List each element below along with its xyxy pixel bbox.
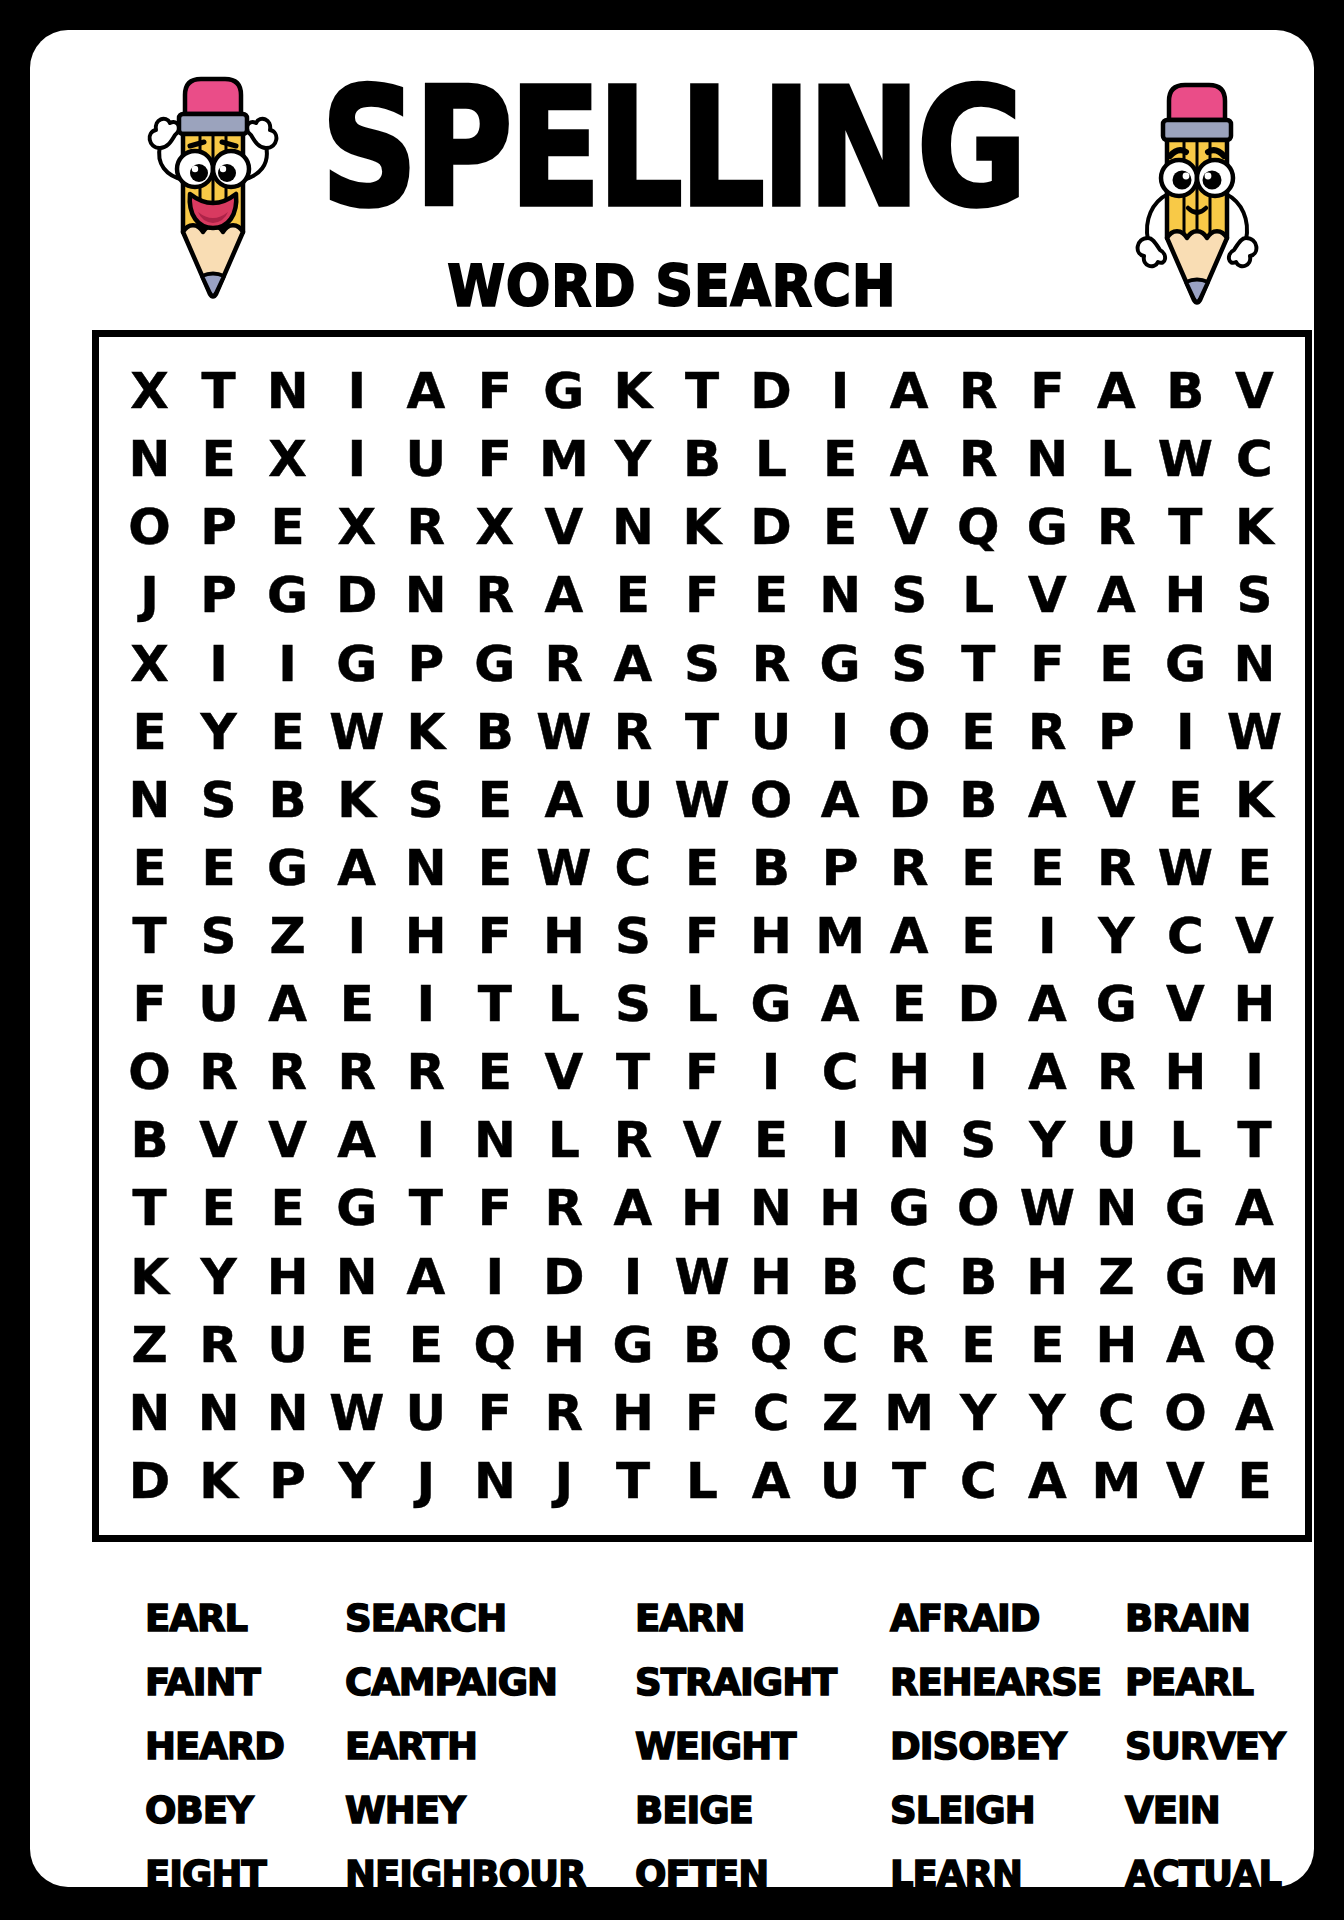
grid-cell[interactable]: E xyxy=(253,1174,322,1242)
grid-cell[interactable]: E xyxy=(115,698,184,766)
grid-cell[interactable]: D xyxy=(322,561,391,629)
grid-cell[interactable]: N xyxy=(115,1379,184,1447)
grid-cell[interactable]: R xyxy=(875,834,944,902)
grid-cell[interactable]: B xyxy=(944,766,1013,834)
grid-cell[interactable]: Y xyxy=(184,1243,253,1311)
grid-cell[interactable]: U xyxy=(253,1311,322,1379)
grid-cell[interactable]: H xyxy=(1220,970,1289,1038)
grid-cell[interactable]: A xyxy=(1013,970,1082,1038)
grid-cell[interactable]: Z xyxy=(253,902,322,970)
grid-cell[interactable]: G xyxy=(1151,629,1220,697)
grid-cell[interactable]: F xyxy=(460,1379,529,1447)
grid-cell[interactable]: M xyxy=(1082,1447,1151,1515)
grid-cell[interactable]: R xyxy=(322,1038,391,1106)
grid-cell[interactable]: T xyxy=(598,1447,667,1515)
grid-cell[interactable]: O xyxy=(115,1038,184,1106)
grid-cell[interactable]: A xyxy=(806,766,875,834)
grid-cell[interactable]: P xyxy=(1082,698,1151,766)
grid-cell[interactable]: P xyxy=(806,834,875,902)
grid-cell[interactable]: R xyxy=(737,629,806,697)
grid-cell[interactable]: E xyxy=(322,970,391,1038)
grid-cell[interactable]: F xyxy=(667,902,736,970)
grid-cell[interactable]: R xyxy=(253,1038,322,1106)
grid-cell[interactable]: G xyxy=(460,629,529,697)
grid-cell[interactable]: Y xyxy=(1013,1379,1082,1447)
word-list-item: EARN xyxy=(635,1597,890,1640)
grid-cell[interactable]: W xyxy=(667,1243,736,1311)
grid-cell[interactable]: R xyxy=(598,698,667,766)
grid-cell[interactable]: A xyxy=(875,425,944,493)
grid-cell[interactable]: C xyxy=(806,1311,875,1379)
word-list-item: AFRAID xyxy=(890,1597,1125,1640)
grid-cell[interactable]: G xyxy=(529,357,598,425)
grid-cell[interactable]: I xyxy=(1013,902,1082,970)
grid-cell[interactable]: W xyxy=(322,698,391,766)
grid-cell[interactable]: R xyxy=(460,561,529,629)
grid-cell[interactable]: J xyxy=(391,1447,460,1515)
grid-cell[interactable]: O xyxy=(115,493,184,561)
grid-cell[interactable]: G xyxy=(1013,493,1082,561)
grid-cell[interactable]: E xyxy=(184,1174,253,1242)
grid-cell[interactable]: V xyxy=(1220,902,1289,970)
word-list-item: EARTH xyxy=(345,1725,635,1768)
grid-cell[interactable]: C xyxy=(1151,902,1220,970)
grid-cell[interactable]: G xyxy=(1151,1243,1220,1311)
grid-cell[interactable]: R xyxy=(1082,1038,1151,1106)
grid-cell[interactable]: N xyxy=(1082,1174,1151,1242)
grid-cell[interactable]: K xyxy=(322,766,391,834)
grid-cell[interactable]: A xyxy=(1013,766,1082,834)
grid-cell[interactable]: X xyxy=(115,357,184,425)
grid-cell[interactable]: N xyxy=(115,425,184,493)
grid-cell[interactable]: B xyxy=(944,1243,1013,1311)
grid-cell[interactable]: A xyxy=(322,1106,391,1174)
grid-cell[interactable]: C xyxy=(944,1447,1013,1515)
grid-cell[interactable]: E xyxy=(460,834,529,902)
grid-cell[interactable]: F xyxy=(1013,629,1082,697)
grid-cell[interactable]: E xyxy=(115,834,184,902)
grid-cell[interactable]: T xyxy=(1220,1106,1289,1174)
grid-cell[interactable]: I xyxy=(598,1243,667,1311)
grid-cell[interactable]: A xyxy=(391,357,460,425)
word-list-item: SLEIGH xyxy=(890,1789,1125,1832)
grid-cell[interactable]: K xyxy=(667,493,736,561)
grid-cell[interactable]: E xyxy=(737,561,806,629)
grid-cell[interactable]: I xyxy=(806,1106,875,1174)
grid-cell[interactable]: F xyxy=(460,902,529,970)
grid-cell[interactable]: F xyxy=(460,1174,529,1242)
grid-cell[interactable]: N xyxy=(460,1447,529,1515)
grid-cell[interactable]: H xyxy=(598,1379,667,1447)
grid-cell[interactable]: D xyxy=(875,766,944,834)
grid-cell[interactable]: X xyxy=(253,425,322,493)
grid-cell[interactable]: E xyxy=(391,1311,460,1379)
grid-cell[interactable]: U xyxy=(598,766,667,834)
grid-cell[interactable]: V xyxy=(1151,970,1220,1038)
grid-cell[interactable]: R xyxy=(529,1174,598,1242)
grid-cell[interactable]: R xyxy=(184,1311,253,1379)
grid-cell[interactable]: O xyxy=(944,1174,1013,1242)
grid-cell[interactable]: G xyxy=(1082,970,1151,1038)
grid-cell[interactable]: W xyxy=(529,834,598,902)
grid-cell[interactable]: S xyxy=(184,766,253,834)
grid-cell[interactable]: V xyxy=(667,1106,736,1174)
grid-cell[interactable]: Q xyxy=(460,1311,529,1379)
grid-cell[interactable]: Q xyxy=(1220,1311,1289,1379)
grid-cell[interactable]: D xyxy=(737,493,806,561)
grid-cell[interactable]: K xyxy=(115,1243,184,1311)
grid-cell[interactable]: H xyxy=(253,1243,322,1311)
grid-cell[interactable]: R xyxy=(391,1038,460,1106)
grid-cell[interactable]: U xyxy=(391,425,460,493)
grid-cell[interactable]: E xyxy=(806,493,875,561)
grid-cell[interactable]: D xyxy=(529,1243,598,1311)
grid-cell[interactable]: Z xyxy=(1082,1243,1151,1311)
grid-cell[interactable]: H xyxy=(1013,1243,1082,1311)
grid-cell[interactable]: A xyxy=(1013,1038,1082,1106)
grid-cell[interactable]: N xyxy=(253,1379,322,1447)
grid-cell[interactable]: V xyxy=(253,1106,322,1174)
grid-cell[interactable]: B xyxy=(737,834,806,902)
grid-cell[interactable]: A xyxy=(1220,1174,1289,1242)
grid-cell[interactable]: B xyxy=(806,1243,875,1311)
grid-cell[interactable]: N xyxy=(737,1174,806,1242)
grid-cell[interactable]: E xyxy=(1151,766,1220,834)
grid-cell[interactable]: C xyxy=(598,834,667,902)
grid-cell[interactable]: B xyxy=(460,698,529,766)
grid-cell[interactable]: I xyxy=(460,1243,529,1311)
grid-cell[interactable]: H xyxy=(1151,1038,1220,1106)
grid-cell[interactable]: E xyxy=(944,902,1013,970)
grid-cell[interactable]: V xyxy=(529,1038,598,1106)
grid-cell[interactable]: A xyxy=(1082,561,1151,629)
grid-cell[interactable]: F xyxy=(460,425,529,493)
grid-cell[interactable]: G xyxy=(737,970,806,1038)
grid-cell[interactable]: G xyxy=(322,629,391,697)
grid-cell[interactable]: I xyxy=(806,357,875,425)
grid-cell[interactable]: L xyxy=(944,561,1013,629)
grid-cell[interactable]: H xyxy=(737,1243,806,1311)
word-list-item: DISOBEY xyxy=(890,1725,1125,1768)
grid-cell[interactable]: A xyxy=(875,357,944,425)
grid-cell[interactable]: W xyxy=(1220,698,1289,766)
grid-cell[interactable]: R xyxy=(391,493,460,561)
grid-cell[interactable]: F xyxy=(667,561,736,629)
grid-cell[interactable]: X xyxy=(322,493,391,561)
grid-cell[interactable]: J xyxy=(529,1447,598,1515)
grid-cell[interactable]: N xyxy=(875,1106,944,1174)
grid-cell[interactable]: G xyxy=(253,834,322,902)
grid-cell[interactable]: I xyxy=(253,629,322,697)
grid-cell[interactable]: N xyxy=(184,1379,253,1447)
grid-cell[interactable]: S xyxy=(184,902,253,970)
grid-cell[interactable]: S xyxy=(667,629,736,697)
grid-cell[interactable]: I xyxy=(391,970,460,1038)
grid-cell[interactable]: F xyxy=(1013,357,1082,425)
grid-cell[interactable]: G xyxy=(1151,1174,1220,1242)
grid-cell[interactable]: I xyxy=(944,1038,1013,1106)
grid-cell[interactable]: C xyxy=(806,1038,875,1106)
grid-cell[interactable]: C xyxy=(1220,425,1289,493)
grid-cell[interactable]: T xyxy=(184,357,253,425)
grid-cell[interactable]: I xyxy=(737,1038,806,1106)
grid-cell[interactable]: V xyxy=(1151,1447,1220,1515)
grid-cell[interactable]: I xyxy=(322,357,391,425)
grid-cell[interactable]: E xyxy=(322,1311,391,1379)
grid-cell[interactable]: E xyxy=(1013,834,1082,902)
grid-cell[interactable]: Y xyxy=(598,425,667,493)
grid-cell[interactable]: P xyxy=(184,493,253,561)
word-list: EARLSEARCHEARNAFRAIDBRAINFAINTCAMPAIGNST… xyxy=(145,1586,1295,1906)
grid-cell[interactable]: C xyxy=(1082,1379,1151,1447)
grid-cell[interactable]: R xyxy=(184,1038,253,1106)
grid-cell[interactable]: T xyxy=(1151,493,1220,561)
grid-cell[interactable]: S xyxy=(875,629,944,697)
grid-cell[interactable]: R xyxy=(944,425,1013,493)
grid-cell[interactable]: R xyxy=(875,1311,944,1379)
grid-cell[interactable]: K xyxy=(184,1447,253,1515)
grid-cell[interactable]: Y xyxy=(1082,902,1151,970)
grid-cell[interactable]: A xyxy=(1220,1379,1289,1447)
grid-cell[interactable]: T xyxy=(598,1038,667,1106)
grid-cell[interactable]: O xyxy=(1151,1379,1220,1447)
grid-cell[interactable]: T xyxy=(115,902,184,970)
grid-cell[interactable]: D xyxy=(944,970,1013,1038)
grid-cell[interactable]: I xyxy=(1220,1038,1289,1106)
grid-cell[interactable]: H xyxy=(1151,561,1220,629)
grid-cell[interactable]: U xyxy=(391,1379,460,1447)
grid-cell[interactable]: H xyxy=(529,902,598,970)
grid-cell[interactable]: L xyxy=(529,1106,598,1174)
grid-cell[interactable]: C xyxy=(875,1243,944,1311)
grid-cell[interactable]: Q xyxy=(944,493,1013,561)
grid-cell[interactable]: M xyxy=(529,425,598,493)
grid-cell[interactable]: E xyxy=(460,766,529,834)
grid-cell[interactable]: E xyxy=(944,834,1013,902)
grid-cell[interactable]: L xyxy=(737,425,806,493)
grid-cell[interactable]: E xyxy=(598,561,667,629)
grid-cell[interactable]: A xyxy=(875,902,944,970)
grid-cell[interactable]: G xyxy=(806,629,875,697)
grid-cell[interactable]: L xyxy=(667,970,736,1038)
grid-cell[interactable]: N xyxy=(460,1106,529,1174)
grid-cell[interactable]: Z xyxy=(115,1311,184,1379)
grid-cell[interactable]: V xyxy=(1082,766,1151,834)
grid-cell[interactable]: B xyxy=(253,766,322,834)
grid-cell[interactable]: F xyxy=(667,1038,736,1106)
grid-cell[interactable]: S xyxy=(598,902,667,970)
grid-cell[interactable]: V xyxy=(529,493,598,561)
word-list-item: ACTUAL xyxy=(1125,1853,1295,1896)
grid-cell[interactable]: T xyxy=(944,629,1013,697)
grid-cell[interactable]: N xyxy=(1013,425,1082,493)
grid-cell[interactable]: V xyxy=(875,493,944,561)
grid-cell[interactable]: E xyxy=(184,425,253,493)
grid-cell[interactable]: X xyxy=(115,629,184,697)
grid-cell[interactable]: R xyxy=(529,629,598,697)
grid-cell[interactable]: A xyxy=(529,766,598,834)
grid-cell[interactable]: X xyxy=(460,493,529,561)
grid-cell[interactable]: F xyxy=(667,1379,736,1447)
grid-cell[interactable]: M xyxy=(875,1379,944,1447)
grid-cell[interactable]: W xyxy=(1151,834,1220,902)
grid-cell[interactable]: E xyxy=(667,834,736,902)
grid-cell[interactable]: J xyxy=(115,561,184,629)
grid-cell[interactable]: S xyxy=(391,766,460,834)
grid-cell[interactable]: N xyxy=(391,561,460,629)
grid-cell[interactable]: A xyxy=(391,1243,460,1311)
grid-cell[interactable]: T xyxy=(667,357,736,425)
grid-cell[interactable]: E xyxy=(184,834,253,902)
grid-cell[interactable]: H xyxy=(875,1038,944,1106)
grid-cell[interactable]: L xyxy=(1082,425,1151,493)
grid-cell[interactable]: L xyxy=(667,1447,736,1515)
grid-cell[interactable]: V xyxy=(1013,561,1082,629)
grid-cell[interactable]: R xyxy=(1082,834,1151,902)
grid-cell[interactable]: N xyxy=(322,1243,391,1311)
grid-cell[interactable]: I xyxy=(1151,698,1220,766)
grid-cell[interactable]: A xyxy=(806,970,875,1038)
grid-cell[interactable]: E xyxy=(1013,1311,1082,1379)
grid-cell[interactable]: T xyxy=(875,1447,944,1515)
grid-cell[interactable]: I xyxy=(322,902,391,970)
grid-cell[interactable]: U xyxy=(184,970,253,1038)
grid-cell[interactable]: E xyxy=(944,698,1013,766)
grid-cell[interactable]: A xyxy=(1082,357,1151,425)
grid-cell[interactable]: B xyxy=(1151,357,1220,425)
grid-cell[interactable]: Y xyxy=(1013,1106,1082,1174)
grid-cell[interactable]: E xyxy=(1082,629,1151,697)
grid-cell[interactable]: V xyxy=(1220,357,1289,425)
grid-cell[interactable]: A xyxy=(1013,1447,1082,1515)
grid-cell[interactable]: Y xyxy=(184,698,253,766)
grid-cell[interactable]: S xyxy=(1220,561,1289,629)
grid-cell[interactable]: Y xyxy=(322,1447,391,1515)
grid-cell[interactable]: G xyxy=(598,1311,667,1379)
word-list-item: HEARD xyxy=(145,1725,345,1768)
grid-cell[interactable]: Z xyxy=(806,1379,875,1447)
grid-cell[interactable]: A xyxy=(253,970,322,1038)
grid-cell[interactable]: N xyxy=(1220,629,1289,697)
grid-cell[interactable]: U xyxy=(806,1447,875,1515)
grid-cell[interactable]: W xyxy=(667,766,736,834)
grid-cell[interactable]: I xyxy=(184,629,253,697)
grid-cell[interactable]: R xyxy=(1082,493,1151,561)
grid-cell[interactable]: E xyxy=(1220,1447,1289,1515)
grid-cell[interactable]: W xyxy=(1151,425,1220,493)
grid-cell[interactable]: P xyxy=(184,561,253,629)
grid-cell[interactable]: B xyxy=(667,425,736,493)
grid-cell[interactable]: N xyxy=(115,766,184,834)
grid-cell[interactable]: N xyxy=(391,834,460,902)
grid-cell[interactable]: U xyxy=(737,698,806,766)
grid-cell[interactable]: A xyxy=(1151,1311,1220,1379)
grid-cell[interactable]: Y xyxy=(944,1379,1013,1447)
grid-cell[interactable]: A xyxy=(529,561,598,629)
grid-cell[interactable]: H xyxy=(737,902,806,970)
grid-cell[interactable]: H xyxy=(806,1174,875,1242)
grid-cell[interactable]: R xyxy=(944,357,1013,425)
grid-cell[interactable]: D xyxy=(115,1447,184,1515)
grid-cell[interactable]: O xyxy=(875,698,944,766)
grid-cell[interactable]: P xyxy=(391,629,460,697)
grid-cell[interactable]: S xyxy=(598,970,667,1038)
grid-cell[interactable]: E xyxy=(875,970,944,1038)
grid-cell[interactable]: W xyxy=(1013,1174,1082,1242)
grid-cell[interactable]: L xyxy=(529,970,598,1038)
grid-cell[interactable]: R xyxy=(1013,698,1082,766)
grid-cell[interactable]: P xyxy=(253,1447,322,1515)
grid-cell[interactable]: S xyxy=(944,1106,1013,1174)
word-list-item: BRAIN xyxy=(1125,1597,1295,1640)
grid-cell[interactable]: H xyxy=(667,1174,736,1242)
grid-cell[interactable]: W xyxy=(322,1379,391,1447)
grid-cell[interactable]: I xyxy=(806,698,875,766)
grid-cell[interactable]: W xyxy=(529,698,598,766)
grid-cell[interactable]: K xyxy=(1220,493,1289,561)
grid-cell[interactable]: L xyxy=(1151,1106,1220,1174)
grid-cell[interactable]: T xyxy=(460,970,529,1038)
grid-cell[interactable]: R xyxy=(529,1379,598,1447)
grid-cell[interactable]: E xyxy=(1220,834,1289,902)
grid-cell[interactable]: M xyxy=(1220,1243,1289,1311)
grid-cell[interactable]: N xyxy=(806,561,875,629)
grid-cell[interactable]: N xyxy=(598,493,667,561)
grid-cell[interactable]: Q xyxy=(737,1311,806,1379)
grid-cell[interactable]: A xyxy=(322,834,391,902)
grid-cell[interactable]: U xyxy=(1082,1106,1151,1174)
grid-cell[interactable]: G xyxy=(253,561,322,629)
grid-cell[interactable]: I xyxy=(322,425,391,493)
grid-cell[interactable]: A xyxy=(598,1174,667,1242)
grid-cell[interactable]: T xyxy=(115,1174,184,1242)
grid-cell[interactable]: V xyxy=(184,1106,253,1174)
grid-cell[interactable]: K xyxy=(598,357,667,425)
grid-cell[interactable]: A xyxy=(598,629,667,697)
grid-cell[interactable]: E xyxy=(253,698,322,766)
grid-cell[interactable]: T xyxy=(667,698,736,766)
grid-cell[interactable]: N xyxy=(253,357,322,425)
word-list-item: BEIGE xyxy=(635,1789,890,1832)
grid-cell[interactable]: E xyxy=(253,493,322,561)
grid-cell[interactable]: D xyxy=(737,357,806,425)
grid-cell[interactable]: E xyxy=(806,425,875,493)
grid-cell[interactable]: B xyxy=(115,1106,184,1174)
pencil-mascot-right-icon xyxy=(1122,78,1272,313)
grid-cell[interactable]: G xyxy=(322,1174,391,1242)
grid-cell[interactable]: G xyxy=(875,1174,944,1242)
grid-cell[interactable]: K xyxy=(391,698,460,766)
grid-cell[interactable]: F xyxy=(115,970,184,1038)
grid-cell[interactable]: R xyxy=(598,1106,667,1174)
grid-cell[interactable]: B xyxy=(667,1311,736,1379)
grid-cell[interactable]: F xyxy=(460,357,529,425)
grid-cell[interactable]: C xyxy=(737,1379,806,1447)
grid-cell[interactable]: H xyxy=(391,902,460,970)
grid-cell[interactable]: H xyxy=(529,1311,598,1379)
grid-cell[interactable]: H xyxy=(1082,1311,1151,1379)
grid-cell[interactable]: E xyxy=(944,1311,1013,1379)
grid-cell[interactable]: M xyxy=(806,902,875,970)
grid-cell[interactable]: S xyxy=(875,561,944,629)
grid-cell[interactable]: K xyxy=(1220,766,1289,834)
grid-cell[interactable]: A xyxy=(737,1447,806,1515)
grid-cell[interactable]: O xyxy=(737,766,806,834)
grid-cell[interactable]: I xyxy=(391,1106,460,1174)
grid-cell[interactable]: E xyxy=(460,1038,529,1106)
grid-cell[interactable]: E xyxy=(737,1106,806,1174)
grid-cell[interactable]: T xyxy=(391,1174,460,1242)
